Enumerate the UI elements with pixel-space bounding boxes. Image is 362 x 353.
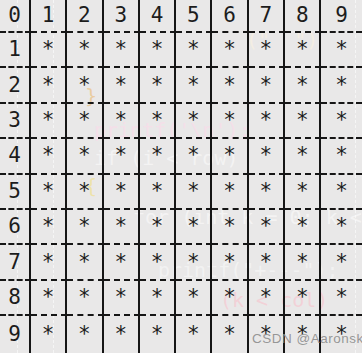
grid-cell: *: [249, 33, 285, 68]
col-label: 3: [104, 0, 140, 33]
col-label: 7: [249, 0, 285, 33]
row-label: 3: [0, 104, 31, 139]
grid-cell: *: [104, 281, 140, 316]
grid-cell: *: [285, 68, 321, 103]
col-label: 4: [140, 0, 176, 33]
grid-cell: *: [321, 68, 362, 103]
row-label: 2: [0, 68, 31, 103]
grid-cell: *: [31, 316, 67, 353]
grid-cell: *: [67, 210, 103, 245]
grid-cell: *: [176, 245, 212, 280]
grid-cell: *: [31, 210, 67, 245]
grid-cell: *: [176, 68, 212, 103]
grid-cell: *: [104, 175, 140, 210]
grid-cell: *: [67, 33, 103, 68]
grid-cell: *: [321, 281, 362, 316]
grid-cell: *: [31, 245, 67, 280]
grid-cell: *: [321, 210, 362, 245]
row-label: 7: [0, 245, 31, 280]
console-output-window: (" ")}printf('\n');if (i < row){for (int…: [0, 0, 362, 353]
grid-cell: *: [321, 245, 362, 280]
row-label: 8: [0, 281, 31, 316]
grid-cell: *: [321, 104, 362, 139]
grid-cell: *: [140, 68, 176, 103]
row-label: 4: [0, 139, 31, 174]
grid-cell: *: [104, 245, 140, 280]
grid-cell: *: [212, 245, 248, 280]
row-label: 6: [0, 210, 31, 245]
grid-cell: *: [285, 139, 321, 174]
grid-cell: *: [249, 104, 285, 139]
grid-cell: *: [212, 139, 248, 174]
grid-cell: *: [285, 245, 321, 280]
grid-cell: *: [249, 139, 285, 174]
grid-cell: *: [321, 139, 362, 174]
grid-cell: *: [321, 33, 362, 68]
grid-cell: *: [212, 210, 248, 245]
grid-cell: *: [176, 316, 212, 353]
grid-cell: *: [140, 33, 176, 68]
grid-cell: *: [176, 175, 212, 210]
row-label: 1: [0, 33, 31, 68]
grid-cell: *: [31, 175, 67, 210]
grid-cell: *: [104, 68, 140, 103]
grid-cell: *: [176, 281, 212, 316]
grid-cell: *: [31, 281, 67, 316]
grid-cell: *: [31, 33, 67, 68]
grid-cell: *: [140, 104, 176, 139]
col-label: 6: [212, 0, 248, 33]
col-label: 5: [176, 0, 212, 33]
grid-cell: *: [321, 175, 362, 210]
row-label: 9: [0, 316, 31, 353]
grid-cell: *: [140, 175, 176, 210]
watermark-text: CSDN @Aaronskr: [252, 331, 362, 346]
grid-cell: *: [140, 281, 176, 316]
grid-cell: *: [212, 33, 248, 68]
grid-cell: *: [212, 175, 248, 210]
col-label: 8: [285, 0, 321, 33]
grid-cell: *: [104, 33, 140, 68]
grid-cell: *: [140, 316, 176, 353]
grid-cell: *: [31, 68, 67, 103]
grid-cell: *: [67, 104, 103, 139]
grid-cell: *: [104, 139, 140, 174]
grid-cell: *: [67, 139, 103, 174]
grid-cell: *: [285, 33, 321, 68]
grid-cell: *: [67, 281, 103, 316]
grid-cell: *: [104, 104, 140, 139]
grid-cell: *: [176, 139, 212, 174]
grid-cell: *: [249, 281, 285, 316]
col-label: 2: [67, 0, 103, 33]
grid-cell: *: [285, 175, 321, 210]
grid-cell: *: [285, 281, 321, 316]
col-label: 1: [31, 0, 67, 33]
grid-cell: *: [212, 316, 248, 353]
row-label: 5: [0, 175, 31, 210]
grid-cell: *: [67, 175, 103, 210]
grid-cell: *: [140, 210, 176, 245]
col-label: 0: [0, 0, 31, 33]
grid-cell: *: [31, 104, 67, 139]
grid-cell: *: [212, 68, 248, 103]
grid-cell: *: [176, 33, 212, 68]
grid-cell: *: [67, 245, 103, 280]
grid-cell: *: [249, 245, 285, 280]
grid-cell: *: [212, 104, 248, 139]
grid-cell: *: [31, 139, 67, 174]
grid-cell: *: [140, 245, 176, 280]
grid-cell: *: [104, 210, 140, 245]
grid-cell: *: [285, 104, 321, 139]
asterisk-grid-board: 01234567891*********2*********3*********…: [0, 0, 362, 353]
grid-cell: *: [176, 210, 212, 245]
grid-cell: *: [212, 281, 248, 316]
grid-cell: *: [249, 175, 285, 210]
col-label: 9: [321, 0, 362, 33]
grid-cell: *: [176, 104, 212, 139]
grid-cell: *: [249, 210, 285, 245]
grid-cell: *: [67, 68, 103, 103]
grid-cell: *: [104, 316, 140, 353]
grid-cell: *: [67, 316, 103, 353]
grid-cell: *: [249, 68, 285, 103]
grid-cell: *: [140, 139, 176, 174]
grid-cell: *: [285, 210, 321, 245]
